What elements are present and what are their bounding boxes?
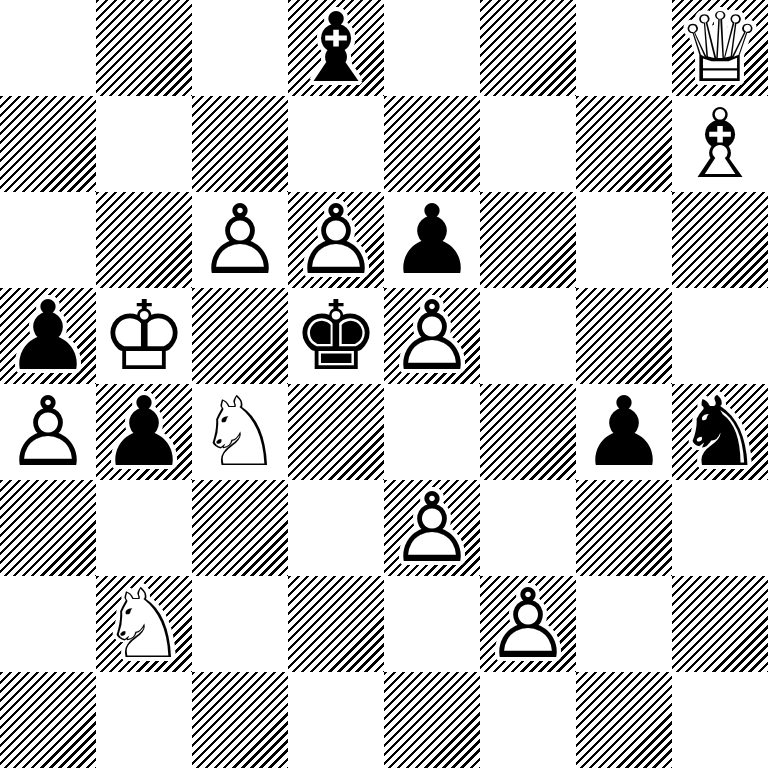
square-f8[interactable] [480,0,576,96]
square-b3[interactable] [96,480,192,576]
square-e5[interactable]: ♟♙ [384,288,480,384]
square-b1[interactable] [96,672,192,768]
square-b2[interactable]: ♞♘ [96,576,192,672]
square-e1[interactable] [384,672,480,768]
square-e7[interactable] [384,96,480,192]
white-pawn: ♟♙ [0,384,96,480]
square-e8[interactable] [384,0,480,96]
square-g3[interactable] [576,480,672,576]
square-a7[interactable] [0,96,96,192]
square-h7[interactable]: ♝♗ [672,96,768,192]
square-a8[interactable] [0,0,96,96]
white-pawn: ♟♙ [384,288,480,384]
white-knight: ♞♘ [192,384,288,480]
square-d7[interactable] [288,96,384,192]
square-a5[interactable]: ♟ [0,288,96,384]
square-d1[interactable] [288,672,384,768]
black-pawn: ♟ [384,192,480,288]
square-b7[interactable] [96,96,192,192]
white-king: ♚♔ [96,288,192,384]
square-f4[interactable] [480,384,576,480]
square-e6[interactable]: ♟ [384,192,480,288]
square-b4[interactable]: ♟ [96,384,192,480]
square-g8[interactable] [576,0,672,96]
white-knight: ♞♘ [96,576,192,672]
square-c1[interactable] [192,672,288,768]
square-f5[interactable] [480,288,576,384]
square-g7[interactable] [576,96,672,192]
square-b8[interactable] [96,0,192,96]
square-h3[interactable] [672,480,768,576]
square-f3[interactable] [480,480,576,576]
square-h8[interactable]: ♛♕ [672,0,768,96]
chess-board: ♝♛♕♝♗♟♙♟♙♟♟♚♔♚♟♙♟♙♟♞♘♟♞♟♙♞♘♟♙ [0,0,768,768]
square-d8[interactable]: ♝ [288,0,384,96]
white-bishop: ♝♗ [672,96,768,192]
black-pawn: ♟ [576,384,672,480]
square-d2[interactable] [288,576,384,672]
square-g4[interactable]: ♟ [576,384,672,480]
square-g2[interactable] [576,576,672,672]
square-f2[interactable]: ♟♙ [480,576,576,672]
square-f1[interactable] [480,672,576,768]
square-h2[interactable] [672,576,768,672]
square-c6[interactable]: ♟♙ [192,192,288,288]
square-a2[interactable] [0,576,96,672]
square-f6[interactable] [480,192,576,288]
square-d3[interactable] [288,480,384,576]
black-pawn: ♟ [0,288,96,384]
black-pawn: ♟ [96,384,192,480]
square-a1[interactable] [0,672,96,768]
white-pawn: ♟♙ [384,480,480,576]
square-h1[interactable] [672,672,768,768]
square-d4[interactable] [288,384,384,480]
square-c8[interactable] [192,0,288,96]
white-pawn: ♟♙ [192,192,288,288]
white-queen: ♛♕ [672,0,768,96]
black-king: ♚ [288,288,384,384]
square-c2[interactable] [192,576,288,672]
square-c4[interactable]: ♞♘ [192,384,288,480]
square-h6[interactable] [672,192,768,288]
white-pawn: ♟♙ [288,192,384,288]
square-e2[interactable] [384,576,480,672]
square-c7[interactable] [192,96,288,192]
square-c5[interactable] [192,288,288,384]
chess-diagram: ♝♛♕♝♗♟♙♟♙♟♟♚♔♚♟♙♟♙♟♞♘♟♞♟♙♞♘♟♙ [0,0,768,768]
square-e4[interactable] [384,384,480,480]
square-b6[interactable] [96,192,192,288]
black-bishop: ♝ [288,0,384,96]
square-a6[interactable] [0,192,96,288]
square-b5[interactable]: ♚♔ [96,288,192,384]
square-f7[interactable] [480,96,576,192]
square-h4[interactable]: ♞ [672,384,768,480]
square-c3[interactable] [192,480,288,576]
square-h5[interactable] [672,288,768,384]
square-g6[interactable] [576,192,672,288]
square-e3[interactable]: ♟♙ [384,480,480,576]
square-d6[interactable]: ♟♙ [288,192,384,288]
square-g1[interactable] [576,672,672,768]
square-g5[interactable] [576,288,672,384]
square-a4[interactable]: ♟♙ [0,384,96,480]
square-d5[interactable]: ♚ [288,288,384,384]
white-pawn: ♟♙ [480,576,576,672]
square-a3[interactable] [0,480,96,576]
black-knight: ♞ [672,384,768,480]
